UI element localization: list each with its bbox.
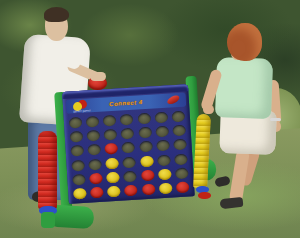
red-disc-icon xyxy=(166,94,181,106)
empty-hole xyxy=(70,131,84,143)
red-disc xyxy=(124,185,138,197)
empty-hole xyxy=(88,144,102,156)
empty-hole xyxy=(137,113,151,125)
empty-hole xyxy=(72,174,86,186)
empty-hole xyxy=(87,130,101,142)
empty-hole xyxy=(154,112,168,124)
empty-hole xyxy=(121,128,135,140)
empty-hole xyxy=(88,158,102,170)
red-disc xyxy=(141,169,155,181)
empty-hole xyxy=(103,115,117,127)
yellow-disc xyxy=(106,171,120,183)
red-disc xyxy=(176,181,190,193)
empty-hole xyxy=(120,114,134,126)
empty-hole xyxy=(69,117,83,129)
woman-top xyxy=(215,57,273,119)
yellow-disc xyxy=(158,168,172,180)
connect-four-unit: Connect 4 garden games xyxy=(40,73,221,233)
empty-hole xyxy=(71,145,85,157)
empty-hole xyxy=(157,154,171,166)
empty-hole xyxy=(86,116,100,128)
empty-hole xyxy=(171,111,185,123)
banner-logo-text: Connect 4 xyxy=(109,99,143,107)
red-disc xyxy=(89,172,103,184)
board-grid xyxy=(68,110,191,201)
game-board: Connect 4 garden games xyxy=(62,84,195,203)
stack-holder-left xyxy=(41,212,55,228)
yellow-disc xyxy=(106,157,120,169)
man-hand xyxy=(90,72,106,81)
woman-bracelet xyxy=(270,118,281,121)
yellow-disc xyxy=(140,155,154,167)
empty-hole xyxy=(156,140,170,152)
yellow-disc xyxy=(107,186,121,198)
empty-hole xyxy=(138,127,152,139)
empty-hole xyxy=(175,167,189,179)
red-disc xyxy=(90,187,104,199)
red-disc xyxy=(142,183,156,195)
empty-hole xyxy=(104,129,118,141)
red-disc xyxy=(105,143,119,155)
red-disc-stack xyxy=(38,131,57,209)
garden-connect-four-photo: Connect 4 garden games xyxy=(0,0,300,238)
empty-hole xyxy=(71,159,85,171)
empty-hole xyxy=(173,139,187,151)
woman-right-hand xyxy=(203,105,214,114)
yellow-disc xyxy=(73,188,87,200)
empty-hole xyxy=(122,142,136,154)
empty-hole xyxy=(174,153,188,165)
banner-small-text: garden games xyxy=(73,109,90,114)
empty-hole xyxy=(172,125,186,137)
yellow-disc xyxy=(159,182,173,194)
empty-hole xyxy=(123,156,137,168)
empty-hole xyxy=(139,141,153,153)
red-base-disc-right xyxy=(198,192,211,199)
empty-hole xyxy=(155,126,169,138)
man-hair xyxy=(44,7,69,22)
woman-hair xyxy=(227,23,262,61)
empty-hole xyxy=(124,170,138,182)
